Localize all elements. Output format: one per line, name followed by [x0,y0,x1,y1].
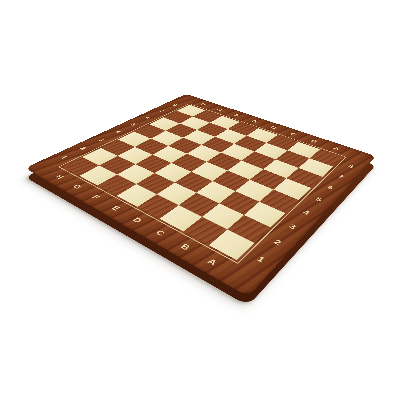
chess-board: HH88GG77FF66EE55DD44CC33BB22AA11 [25,94,376,297]
product-photo: HH88GG77FF66EE55DD44CC33BB22AA11 [0,0,400,400]
